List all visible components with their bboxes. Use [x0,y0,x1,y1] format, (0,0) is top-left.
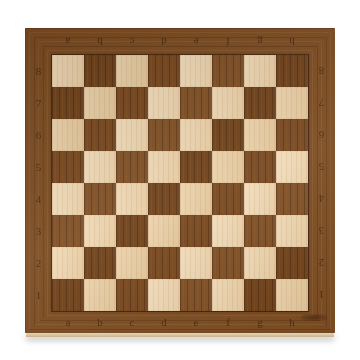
square-d3[interactable] [148,215,180,247]
rank-label-left-3: 3 [25,215,52,247]
file-label-bottom-e: e [180,311,212,333]
square-c3[interactable] [116,215,148,247]
rank-label-left-6: 6 [25,119,52,151]
file-label-bottom-a: a [52,311,84,333]
file-label-bottom-b: b [84,311,116,333]
square-c7[interactable] [116,87,148,119]
square-g5[interactable] [244,151,276,183]
square-h6[interactable] [276,119,308,151]
page-background: abcdefgh abcdefgh 87654321 87654321 [0,0,360,360]
file-label-bottom-f: f [212,311,244,333]
board-side-edge [26,333,334,337]
square-a7[interactable] [52,87,84,119]
square-d7[interactable] [148,87,180,119]
square-e2[interactable] [180,247,212,279]
rank-label-right-7: 7 [308,87,335,119]
rank-label-left-4: 4 [25,183,52,215]
square-a4[interactable] [52,183,84,215]
rank-label-right-4: 4 [308,183,335,215]
square-h4[interactable] [276,183,308,215]
square-g1[interactable] [244,279,276,311]
square-g4[interactable] [244,183,276,215]
square-g6[interactable] [244,119,276,151]
square-h1[interactable] [276,279,308,311]
square-a8[interactable] [52,55,84,87]
rank-labels-right: 87654321 [308,55,335,311]
maker-stamp-icon [301,314,327,321]
square-h8[interactable] [276,55,308,87]
file-label-top-b: b [84,28,116,55]
rank-label-right-2: 2 [308,247,335,279]
square-g2[interactable] [244,247,276,279]
square-a2[interactable] [52,247,84,279]
square-b6[interactable] [84,119,116,151]
rank-label-left-1: 1 [25,279,52,311]
rank-label-left-2: 2 [25,247,52,279]
file-label-top-d: d [148,28,180,55]
square-c8[interactable] [116,55,148,87]
file-labels-top: abcdefgh [52,28,308,55]
square-c1[interactable] [116,279,148,311]
square-b2[interactable] [84,247,116,279]
square-d1[interactable] [148,279,180,311]
rank-label-right-8: 8 [308,55,335,87]
square-a3[interactable] [52,215,84,247]
square-e5[interactable] [180,151,212,183]
square-g7[interactable] [244,87,276,119]
square-b1[interactable] [84,279,116,311]
square-e3[interactable] [180,215,212,247]
square-c5[interactable] [116,151,148,183]
rank-label-left-8: 8 [25,55,52,87]
rank-labels-left: 87654321 [25,55,52,311]
square-d5[interactable] [148,151,180,183]
file-label-top-c: c [116,28,148,55]
square-h5[interactable] [276,151,308,183]
square-e8[interactable] [180,55,212,87]
square-e7[interactable] [180,87,212,119]
square-a6[interactable] [52,119,84,151]
rank-label-left-7: 7 [25,87,52,119]
square-g3[interactable] [244,215,276,247]
square-c2[interactable] [116,247,148,279]
square-f2[interactable] [212,247,244,279]
square-g8[interactable] [244,55,276,87]
square-a5[interactable] [52,151,84,183]
rank-label-right-5: 5 [308,151,335,183]
file-label-bottom-c: c [116,311,148,333]
square-b5[interactable] [84,151,116,183]
rank-label-right-3: 3 [308,215,335,247]
square-f8[interactable] [212,55,244,87]
square-h2[interactable] [276,247,308,279]
file-label-top-h: h [276,28,308,55]
square-f1[interactable] [212,279,244,311]
square-e4[interactable] [180,183,212,215]
file-label-bottom-d: d [148,311,180,333]
play-area [52,55,308,311]
square-e6[interactable] [180,119,212,151]
file-label-bottom-g: g [244,311,276,333]
square-b3[interactable] [84,215,116,247]
file-label-top-f: f [212,28,244,55]
square-b7[interactable] [84,87,116,119]
chess-board: abcdefgh abcdefgh 87654321 87654321 [25,28,335,333]
file-label-top-e: e [180,28,212,55]
square-b4[interactable] [84,183,116,215]
file-label-top-g: g [244,28,276,55]
square-h7[interactable] [276,87,308,119]
file-label-top-a: a [52,28,84,55]
square-f7[interactable] [212,87,244,119]
square-c6[interactable] [116,119,148,151]
square-d8[interactable] [148,55,180,87]
square-f5[interactable] [212,151,244,183]
rank-label-right-6: 6 [308,119,335,151]
square-e1[interactable] [180,279,212,311]
square-a1[interactable] [52,279,84,311]
square-f4[interactable] [212,183,244,215]
rank-label-left-5: 5 [25,151,52,183]
square-f3[interactable] [212,215,244,247]
rank-label-right-1: 1 [308,279,335,311]
square-b8[interactable] [84,55,116,87]
square-d2[interactable] [148,247,180,279]
square-f6[interactable] [212,119,244,151]
square-h3[interactable] [276,215,308,247]
square-c4[interactable] [116,183,148,215]
square-d6[interactable] [148,119,180,151]
square-d4[interactable] [148,183,180,215]
file-labels-bottom: abcdefgh [52,311,308,333]
